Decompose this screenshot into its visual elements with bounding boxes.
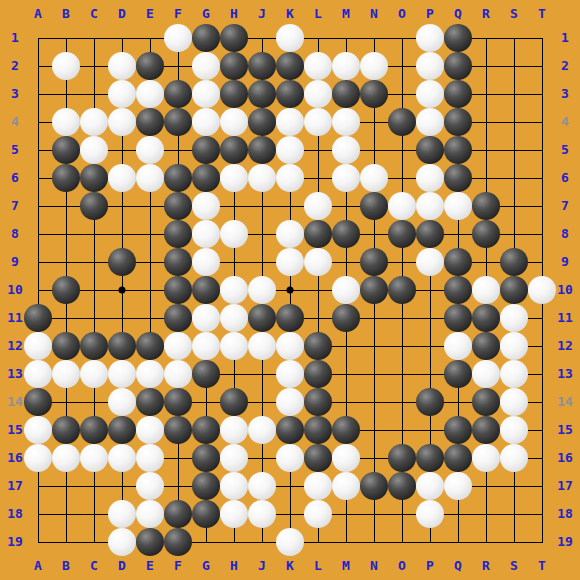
black-stone	[360, 248, 388, 276]
row-label-right: 8	[548, 226, 580, 242]
white-stone	[416, 164, 444, 192]
white-stone	[388, 192, 416, 220]
black-stone	[192, 444, 220, 472]
row-label-right: 19	[548, 534, 580, 550]
white-stone	[220, 220, 248, 248]
black-stone	[52, 332, 80, 360]
white-stone	[472, 444, 500, 472]
black-stone	[304, 444, 332, 472]
go-board[interactable]: AABBCCDDEEFFGGHHJJKKLLMMNNOOPPQQRRSSTT11…	[0, 0, 580, 580]
black-stone	[220, 80, 248, 108]
white-stone	[444, 472, 472, 500]
row-label-left: 5	[0, 142, 32, 158]
white-stone	[332, 52, 360, 80]
black-stone	[136, 388, 164, 416]
black-stone	[164, 108, 192, 136]
white-stone	[248, 276, 276, 304]
row-label-right: 17	[548, 478, 580, 494]
black-stone	[360, 472, 388, 500]
row-label-left: 12	[0, 338, 32, 354]
white-stone	[332, 444, 360, 472]
white-stone	[80, 444, 108, 472]
black-stone	[248, 52, 276, 80]
row-label-left: 8	[0, 226, 32, 242]
white-stone	[192, 220, 220, 248]
row-label-left: 6	[0, 170, 32, 186]
white-stone	[108, 108, 136, 136]
white-stone	[276, 360, 304, 388]
black-stone	[52, 276, 80, 304]
white-stone	[108, 360, 136, 388]
white-stone	[304, 248, 332, 276]
row-label-right: 11	[548, 310, 580, 326]
white-stone	[332, 472, 360, 500]
black-stone	[276, 52, 304, 80]
white-stone	[136, 360, 164, 388]
white-stone	[276, 444, 304, 472]
white-stone	[416, 108, 444, 136]
white-stone	[304, 472, 332, 500]
white-stone	[192, 248, 220, 276]
white-stone	[52, 444, 80, 472]
row-label-left: 11	[0, 310, 32, 326]
white-stone	[276, 528, 304, 556]
white-stone	[192, 52, 220, 80]
white-stone	[108, 52, 136, 80]
white-stone	[332, 136, 360, 164]
black-stone	[248, 108, 276, 136]
black-stone	[164, 80, 192, 108]
row-label-left: 19	[0, 534, 32, 550]
white-stone	[416, 248, 444, 276]
black-stone	[416, 220, 444, 248]
row-label-left: 7	[0, 198, 32, 214]
white-stone	[220, 332, 248, 360]
black-stone	[388, 220, 416, 248]
white-stone	[276, 220, 304, 248]
black-stone	[276, 304, 304, 332]
row-label-right: 12	[548, 338, 580, 354]
black-stone	[304, 388, 332, 416]
black-stone	[108, 248, 136, 276]
black-stone	[472, 304, 500, 332]
row-label-left: 17	[0, 478, 32, 494]
black-stone	[136, 52, 164, 80]
white-stone	[332, 276, 360, 304]
white-stone	[416, 192, 444, 220]
white-stone	[108, 500, 136, 528]
white-stone	[248, 500, 276, 528]
white-stone	[248, 164, 276, 192]
black-stone	[164, 388, 192, 416]
white-stone	[108, 388, 136, 416]
white-stone	[136, 472, 164, 500]
black-stone	[164, 500, 192, 528]
white-stone	[108, 164, 136, 192]
black-stone	[220, 388, 248, 416]
white-stone	[276, 388, 304, 416]
black-stone	[248, 304, 276, 332]
black-stone	[360, 80, 388, 108]
white-stone	[192, 332, 220, 360]
black-stone	[360, 192, 388, 220]
black-stone	[416, 444, 444, 472]
white-stone	[248, 332, 276, 360]
row-label-right: 15	[548, 422, 580, 438]
white-stone	[192, 80, 220, 108]
white-stone	[80, 360, 108, 388]
white-stone	[500, 416, 528, 444]
white-stone	[416, 52, 444, 80]
white-stone	[332, 108, 360, 136]
black-stone	[192, 24, 220, 52]
black-stone	[472, 220, 500, 248]
white-stone	[220, 444, 248, 472]
black-stone	[108, 416, 136, 444]
white-stone	[52, 52, 80, 80]
black-stone	[472, 416, 500, 444]
black-stone	[444, 80, 472, 108]
black-stone	[332, 304, 360, 332]
white-stone	[276, 248, 304, 276]
white-stone	[444, 192, 472, 220]
black-stone	[164, 248, 192, 276]
black-stone	[276, 416, 304, 444]
black-stone	[444, 304, 472, 332]
star-point	[119, 287, 126, 294]
black-stone	[472, 388, 500, 416]
black-stone	[472, 192, 500, 220]
row-label-left: 16	[0, 450, 32, 466]
black-stone	[192, 500, 220, 528]
white-stone	[248, 472, 276, 500]
white-stone	[416, 80, 444, 108]
white-stone	[108, 444, 136, 472]
white-stone	[80, 108, 108, 136]
white-stone	[220, 164, 248, 192]
black-stone	[192, 136, 220, 164]
row-label-right: 4	[548, 114, 580, 130]
black-stone	[164, 276, 192, 304]
white-stone	[220, 416, 248, 444]
black-stone	[80, 332, 108, 360]
row-label-right: 9	[548, 254, 580, 270]
row-label-left: 4	[0, 114, 32, 130]
black-stone	[444, 108, 472, 136]
black-stone	[276, 80, 304, 108]
black-stone	[444, 444, 472, 472]
white-stone	[500, 360, 528, 388]
black-stone	[248, 136, 276, 164]
black-stone	[164, 220, 192, 248]
row-label-left: 9	[0, 254, 32, 270]
white-stone	[472, 276, 500, 304]
white-stone	[276, 332, 304, 360]
row-label-right: 13	[548, 366, 580, 382]
white-stone	[136, 444, 164, 472]
white-stone	[276, 136, 304, 164]
row-label-left: 2	[0, 58, 32, 74]
white-stone	[416, 500, 444, 528]
row-label-right: 5	[548, 142, 580, 158]
black-stone	[304, 416, 332, 444]
row-label-left: 13	[0, 366, 32, 382]
white-stone	[500, 304, 528, 332]
white-stone	[276, 24, 304, 52]
black-stone	[192, 276, 220, 304]
white-stone	[136, 80, 164, 108]
black-stone	[164, 528, 192, 556]
black-stone	[332, 80, 360, 108]
black-stone	[388, 444, 416, 472]
white-stone	[136, 416, 164, 444]
white-stone	[444, 332, 472, 360]
black-stone	[444, 276, 472, 304]
black-stone	[332, 220, 360, 248]
black-stone	[192, 416, 220, 444]
black-stone	[52, 416, 80, 444]
white-stone	[220, 108, 248, 136]
black-stone	[80, 164, 108, 192]
row-label-right: 18	[548, 506, 580, 522]
black-stone	[500, 248, 528, 276]
black-stone	[164, 304, 192, 332]
white-stone	[164, 24, 192, 52]
black-stone	[52, 164, 80, 192]
white-stone	[52, 360, 80, 388]
black-stone	[220, 136, 248, 164]
black-stone	[192, 360, 220, 388]
white-stone	[500, 388, 528, 416]
black-stone	[444, 416, 472, 444]
black-stone	[136, 528, 164, 556]
white-stone	[136, 500, 164, 528]
black-stone	[388, 276, 416, 304]
white-stone	[192, 192, 220, 220]
row-label-left: 14	[0, 394, 32, 410]
white-stone	[164, 360, 192, 388]
black-stone	[220, 52, 248, 80]
black-stone	[360, 276, 388, 304]
row-label-right: 7	[548, 198, 580, 214]
white-stone	[192, 108, 220, 136]
star-point	[287, 287, 294, 294]
black-stone	[136, 332, 164, 360]
black-stone	[472, 332, 500, 360]
white-stone	[52, 108, 80, 136]
row-label-left: 10	[0, 282, 32, 298]
black-stone	[444, 248, 472, 276]
black-stone	[388, 472, 416, 500]
white-stone	[360, 164, 388, 192]
column-label-bottom: T	[525, 558, 559, 574]
row-label-right: 3	[548, 86, 580, 102]
black-stone	[444, 52, 472, 80]
row-label-right: 10	[548, 282, 580, 298]
white-stone	[108, 80, 136, 108]
white-stone	[304, 52, 332, 80]
black-stone	[304, 332, 332, 360]
black-stone	[444, 360, 472, 388]
row-label-left: 1	[0, 30, 32, 46]
black-stone	[444, 164, 472, 192]
row-label-right: 1	[548, 30, 580, 46]
white-stone	[220, 500, 248, 528]
white-stone	[276, 164, 304, 192]
white-stone	[136, 164, 164, 192]
black-stone	[332, 416, 360, 444]
row-label-right: 2	[548, 58, 580, 74]
black-stone	[192, 472, 220, 500]
black-stone	[108, 332, 136, 360]
black-stone	[248, 80, 276, 108]
black-stone	[164, 416, 192, 444]
white-stone	[304, 80, 332, 108]
column-label-top: T	[525, 6, 559, 22]
white-stone	[360, 52, 388, 80]
black-stone	[136, 108, 164, 136]
white-stone	[416, 24, 444, 52]
black-stone	[388, 108, 416, 136]
white-stone	[164, 332, 192, 360]
black-stone	[304, 220, 332, 248]
white-stone	[192, 304, 220, 332]
row-label-left: 3	[0, 86, 32, 102]
white-stone	[304, 192, 332, 220]
black-stone	[304, 360, 332, 388]
white-stone	[304, 108, 332, 136]
black-stone	[164, 164, 192, 192]
row-label-right: 14	[548, 394, 580, 410]
black-stone	[164, 192, 192, 220]
black-stone	[220, 24, 248, 52]
white-stone	[108, 528, 136, 556]
white-stone	[220, 472, 248, 500]
white-stone	[136, 136, 164, 164]
row-label-left: 18	[0, 506, 32, 522]
white-stone	[276, 108, 304, 136]
black-stone	[80, 416, 108, 444]
black-stone	[52, 136, 80, 164]
black-stone	[500, 276, 528, 304]
row-label-right: 6	[548, 170, 580, 186]
black-stone	[444, 24, 472, 52]
white-stone	[220, 276, 248, 304]
white-stone	[332, 164, 360, 192]
row-label-right: 16	[548, 450, 580, 466]
white-stone	[500, 444, 528, 472]
white-stone	[80, 136, 108, 164]
white-stone	[304, 500, 332, 528]
white-stone	[220, 304, 248, 332]
black-stone	[444, 136, 472, 164]
white-stone	[500, 332, 528, 360]
white-stone	[416, 472, 444, 500]
black-stone	[416, 136, 444, 164]
black-stone	[192, 164, 220, 192]
row-label-left: 15	[0, 422, 32, 438]
white-stone	[472, 360, 500, 388]
black-stone	[416, 388, 444, 416]
black-stone	[80, 192, 108, 220]
white-stone	[248, 416, 276, 444]
